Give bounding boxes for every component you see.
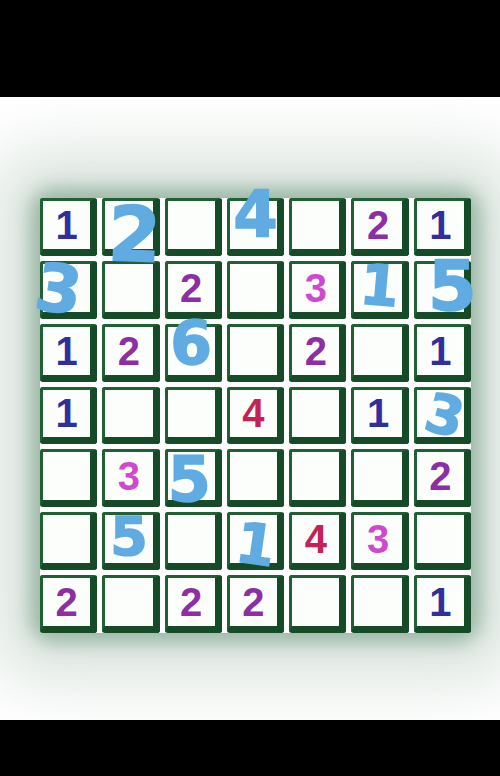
given-digit: 1 <box>56 331 78 371</box>
cell-r3c4[interactable] <box>227 324 284 382</box>
given-digit: 1 <box>56 205 78 245</box>
cell-r7c5[interactable] <box>289 575 346 633</box>
given-digit: 4 <box>242 393 264 433</box>
given-digit: 3 <box>367 519 389 559</box>
cell-r5c5[interactable] <box>289 449 346 507</box>
given-digit: 2 <box>305 331 327 371</box>
cell-r2c3[interactable]: 2 <box>165 261 222 319</box>
cell-r2c5[interactable]: 3 <box>289 261 346 319</box>
cell-r2c6[interactable]: 1 <box>351 261 408 319</box>
cell-r4c2[interactable] <box>102 387 159 445</box>
cell-r7c3[interactable]: 2 <box>165 575 222 633</box>
cell-r7c6[interactable] <box>351 575 408 633</box>
cell-r6c2[interactable]: 5 <box>102 512 159 570</box>
top-letterbox-band <box>0 0 500 97</box>
cell-r2c2[interactable] <box>102 261 159 319</box>
cell-r6c6[interactable]: 3 <box>351 512 408 570</box>
cell-r4c7[interactable]: 3 <box>414 387 471 445</box>
cell-r4c4[interactable]: 4 <box>227 387 284 445</box>
cell-r4c6[interactable]: 1 <box>351 387 408 445</box>
cell-r5c2[interactable]: 3 <box>102 449 159 507</box>
cell-r6c7[interactable] <box>414 512 471 570</box>
cell-r5c4[interactable] <box>227 449 284 507</box>
cell-r3c1[interactable]: 1 <box>40 324 97 382</box>
given-digit: 2 <box>56 582 78 622</box>
puzzle-board: 124213231512621141335251432221 <box>40 198 471 633</box>
given-digit: 1 <box>429 331 451 371</box>
cell-r3c6[interactable] <box>351 324 408 382</box>
puzzle-page: 124213231512621141335251432221 <box>0 97 500 720</box>
cell-r7c1[interactable]: 2 <box>40 575 97 633</box>
cell-r5c3[interactable]: 5 <box>165 449 222 507</box>
cell-r1c1[interactable]: 1 <box>40 198 97 256</box>
cell-r1c6[interactable]: 2 <box>351 198 408 256</box>
cell-r1c4[interactable]: 4 <box>227 198 284 256</box>
handwritten-digit: 5 <box>419 252 486 320</box>
cell-r7c2[interactable] <box>102 575 159 633</box>
given-digit: 3 <box>305 268 327 308</box>
cell-r1c5[interactable] <box>289 198 346 256</box>
given-digit: 2 <box>242 582 264 622</box>
given-digit: 2 <box>367 205 389 245</box>
cell-r2c1[interactable]: 3 <box>40 261 97 319</box>
cell-r1c3[interactable] <box>165 198 222 256</box>
cell-r7c4[interactable]: 2 <box>227 575 284 633</box>
cell-r6c1[interactable] <box>40 512 97 570</box>
cell-r7c7[interactable]: 1 <box>414 575 471 633</box>
cell-r5c7[interactable]: 2 <box>414 449 471 507</box>
cell-r3c3[interactable]: 6 <box>165 324 222 382</box>
given-digit: 2 <box>180 268 202 308</box>
cell-r2c7[interactable]: 5 <box>414 261 471 319</box>
cell-r1c7[interactable]: 1 <box>414 198 471 256</box>
screenshot-stage: { "game": "7x7 number-grid logic puzzle:… <box>0 0 500 776</box>
given-digit: 4 <box>305 519 327 559</box>
cell-r4c1[interactable]: 1 <box>40 387 97 445</box>
handwritten-digit: 5 <box>156 446 223 514</box>
given-digit: 1 <box>429 205 451 245</box>
handwritten-digit: 1 <box>344 249 417 322</box>
handwritten-digit: 2 <box>100 200 170 270</box>
handwritten-digit: 6 <box>158 309 225 377</box>
given-digit: 1 <box>367 393 389 433</box>
handwritten-digit: 4 <box>222 181 289 249</box>
cell-r5c6[interactable] <box>351 449 408 507</box>
given-digit: 1 <box>56 393 78 433</box>
cell-r6c3[interactable] <box>165 512 222 570</box>
cell-r6c4[interactable]: 1 <box>227 512 284 570</box>
cell-r5c1[interactable] <box>40 449 97 507</box>
handwritten-digit: 1 <box>217 507 293 584</box>
given-digit: 2 <box>180 582 202 622</box>
handwritten-digit: 3 <box>403 374 485 456</box>
cell-r6c5[interactable]: 4 <box>289 512 346 570</box>
cell-r1c2[interactable]: 2 <box>102 198 159 256</box>
handwritten-digit: 3 <box>21 251 97 328</box>
cell-r3c7[interactable]: 1 <box>414 324 471 382</box>
cell-r2c4[interactable] <box>227 261 284 319</box>
cell-r4c3[interactable] <box>165 387 222 445</box>
bottom-letterbox-band <box>0 720 500 776</box>
cell-r3c2[interactable]: 2 <box>102 324 159 382</box>
handwritten-digit: 5 <box>95 503 162 571</box>
cell-r3c5[interactable]: 2 <box>289 324 346 382</box>
given-digit: 3 <box>118 456 140 496</box>
cell-r4c5[interactable] <box>289 387 346 445</box>
given-digit: 2 <box>118 331 140 371</box>
given-digit: 1 <box>429 582 451 622</box>
given-digit: 2 <box>429 456 451 496</box>
